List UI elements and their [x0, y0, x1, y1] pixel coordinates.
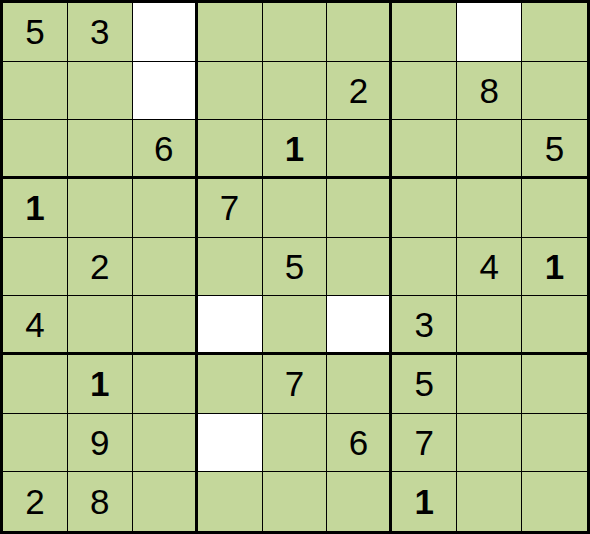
- cell-r4c7[interactable]: [392, 179, 457, 238]
- cell-r7c2[interactable]: 1: [68, 355, 133, 414]
- cell-r9c6[interactable]: [327, 472, 392, 531]
- cell-r3c1[interactable]: [3, 120, 68, 179]
- cell-r7c8[interactable]: [457, 355, 522, 414]
- cell-r6c7[interactable]: 3: [392, 296, 457, 355]
- cell-r6c2[interactable]: [68, 296, 133, 355]
- cell-r5c5[interactable]: 5: [263, 238, 328, 297]
- cell-r2c9[interactable]: [522, 62, 587, 121]
- cell-r5c2[interactable]: 2: [68, 238, 133, 297]
- cell-r5c7[interactable]: [392, 238, 457, 297]
- cell-r1c4[interactable]: [198, 3, 263, 62]
- cell-r2c7[interactable]: [392, 62, 457, 121]
- cell-r8c9[interactable]: [522, 414, 587, 473]
- cell-r2c6[interactable]: 2: [327, 62, 392, 121]
- cell-r4c9[interactable]: [522, 179, 587, 238]
- cell-r9c4[interactable]: [198, 472, 263, 531]
- cell-r9c5[interactable]: [263, 472, 328, 531]
- cell-r3c9[interactable]: 5: [522, 120, 587, 179]
- cell-r8c2[interactable]: 9: [68, 414, 133, 473]
- cell-r5c8[interactable]: 4: [457, 238, 522, 297]
- cell-r4c4[interactable]: 7: [198, 179, 263, 238]
- cell-r2c1[interactable]: [3, 62, 68, 121]
- cell-r4c6[interactable]: [327, 179, 392, 238]
- cell-r5c1[interactable]: [3, 238, 68, 297]
- cell-r1c2[interactable]: 3: [68, 3, 133, 62]
- cell-r1c6[interactable]: [327, 3, 392, 62]
- cell-r3c7[interactable]: [392, 120, 457, 179]
- cell-r1c9[interactable]: [522, 3, 587, 62]
- cell-r4c1[interactable]: 1: [3, 179, 68, 238]
- cell-r6c9[interactable]: [522, 296, 587, 355]
- cell-r7c7[interactable]: 5: [392, 355, 457, 414]
- cell-r3c5[interactable]: 1: [263, 120, 328, 179]
- cell-r9c3[interactable]: [133, 472, 198, 531]
- cell-r6c8[interactable]: [457, 296, 522, 355]
- cell-r4c8[interactable]: [457, 179, 522, 238]
- cell-r4c5[interactable]: [263, 179, 328, 238]
- cell-r7c5[interactable]: 7: [263, 355, 328, 414]
- cell-r1c5[interactable]: [263, 3, 328, 62]
- cell-r3c2[interactable]: [68, 120, 133, 179]
- cell-r2c5[interactable]: [263, 62, 328, 121]
- cell-r5c6[interactable]: [327, 238, 392, 297]
- cell-r8c3[interactable]: [133, 414, 198, 473]
- cell-r3c4[interactable]: [198, 120, 263, 179]
- cell-r8c7[interactable]: 7: [392, 414, 457, 473]
- cell-r1c3[interactable]: [133, 3, 198, 62]
- cell-r5c3[interactable]: [133, 238, 198, 297]
- cell-r9c1[interactable]: 2: [3, 472, 68, 531]
- cell-r3c6[interactable]: [327, 120, 392, 179]
- cell-r9c9[interactable]: [522, 472, 587, 531]
- cell-r2c4[interactable]: [198, 62, 263, 121]
- cell-r6c3[interactable]: [133, 296, 198, 355]
- cell-r2c3[interactable]: [133, 62, 198, 121]
- cell-r8c1[interactable]: [3, 414, 68, 473]
- cell-r3c8[interactable]: [457, 120, 522, 179]
- cell-r6c1[interactable]: 4: [3, 296, 68, 355]
- cell-r1c8[interactable]: [457, 3, 522, 62]
- cell-r7c6[interactable]: [327, 355, 392, 414]
- sudoku-board: 532861517254143175967281: [0, 0, 590, 534]
- cell-r9c8[interactable]: [457, 472, 522, 531]
- cell-r6c4[interactable]: [198, 296, 263, 355]
- cell-r5c9[interactable]: 1: [522, 238, 587, 297]
- cell-r4c2[interactable]: [68, 179, 133, 238]
- cell-r7c4[interactable]: [198, 355, 263, 414]
- cell-r8c4[interactable]: [198, 414, 263, 473]
- cell-r6c5[interactable]: [263, 296, 328, 355]
- cell-r1c1[interactable]: 5: [3, 3, 68, 62]
- cell-r9c2[interactable]: 8: [68, 472, 133, 531]
- cell-r8c8[interactable]: [457, 414, 522, 473]
- cell-r6c6[interactable]: [327, 296, 392, 355]
- cell-r8c6[interactable]: 6: [327, 414, 392, 473]
- cell-r4c3[interactable]: [133, 179, 198, 238]
- cell-r2c2[interactable]: [68, 62, 133, 121]
- cell-r9c7[interactable]: 1: [392, 472, 457, 531]
- cell-r7c1[interactable]: [3, 355, 68, 414]
- cell-r2c8[interactable]: 8: [457, 62, 522, 121]
- cell-r1c7[interactable]: [392, 3, 457, 62]
- cell-r5c4[interactable]: [198, 238, 263, 297]
- cell-r7c9[interactable]: [522, 355, 587, 414]
- cell-r7c3[interactable]: [133, 355, 198, 414]
- cell-r3c3[interactable]: 6: [133, 120, 198, 179]
- cell-r8c5[interactable]: [263, 414, 328, 473]
